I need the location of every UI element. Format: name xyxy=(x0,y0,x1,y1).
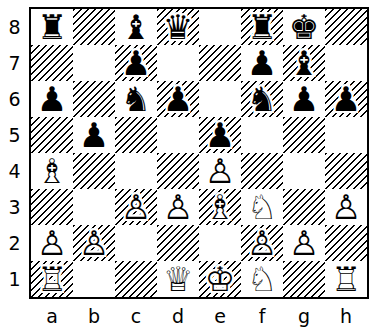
square-b3[interactable] xyxy=(73,189,115,225)
square-g5[interactable] xyxy=(283,117,325,153)
piece-glyph: ♝ xyxy=(115,9,157,45)
piece-glyph: ♙ xyxy=(73,225,115,261)
square-g7[interactable]: ♝♝ xyxy=(283,45,325,81)
square-g2[interactable]: ♙♙ xyxy=(283,225,325,261)
file-label-f: f xyxy=(241,303,283,329)
piece-glyph: ♙ xyxy=(31,225,73,261)
piece-wp-h3[interactable]: ♙♙ xyxy=(325,189,367,225)
file-label-e: e xyxy=(199,303,241,329)
piece-bq-d8[interactable]: ♛♛ xyxy=(157,9,199,45)
piece-bp-d6[interactable]: ♟♟ xyxy=(157,81,199,117)
piece-glyph: ♙ xyxy=(241,225,283,261)
square-h8[interactable] xyxy=(325,9,367,45)
rank-label-2: 2 xyxy=(0,225,29,261)
square-h7[interactable] xyxy=(325,45,367,81)
square-f1[interactable]: ♘♘ xyxy=(241,261,283,297)
piece-glyph: ♟ xyxy=(31,81,73,117)
piece-wp-f2[interactable]: ♙♙ xyxy=(241,225,283,261)
chess-diagram-page: 87654321 ♜♜♝♝♛♛♜♜♚♚♟♟♟♟♝♝♟♟♞♞♟♟♞♞♟♟♟♟♟♟♟… xyxy=(0,0,376,335)
piece-glyph: ♙ xyxy=(157,189,199,225)
board-frame: ♜♜♝♝♛♛♜♜♚♚♟♟♟♟♝♝♟♟♞♞♟♟♞♞♟♟♟♟♟♟♟♟♗♗♙♙♙♙♙♙… xyxy=(29,7,369,299)
piece-glyph: ♜ xyxy=(241,9,283,45)
piece-wp-e4[interactable]: ♙♙ xyxy=(199,153,241,189)
piece-glyph: ♔ xyxy=(199,261,241,297)
piece-bn-c6[interactable]: ♞♞ xyxy=(115,81,157,117)
square-d8[interactable]: ♛♛ xyxy=(157,9,199,45)
file-label-h: h xyxy=(325,303,367,329)
square-f7[interactable]: ♟♟ xyxy=(241,45,283,81)
square-a3[interactable] xyxy=(31,189,73,225)
piece-glyph: ♟ xyxy=(199,117,241,153)
square-c2[interactable] xyxy=(115,225,157,261)
rank-label-8: 8 xyxy=(0,9,29,45)
piece-glyph: ♟ xyxy=(241,45,283,81)
file-label-b: b xyxy=(73,303,115,329)
square-d5[interactable] xyxy=(157,117,199,153)
piece-glyph: ♟ xyxy=(157,81,199,117)
piece-wp-c3[interactable]: ♙♙ xyxy=(115,189,157,225)
piece-glyph: ♚ xyxy=(283,9,325,45)
rank-label-5: 5 xyxy=(0,117,29,153)
piece-glyph: ♕ xyxy=(157,261,199,297)
piece-bp-b5[interactable]: ♟♟ xyxy=(73,117,115,153)
piece-glyph: ♞ xyxy=(241,81,283,117)
square-h5[interactable] xyxy=(325,117,367,153)
square-d7[interactable] xyxy=(157,45,199,81)
square-f8[interactable]: ♜♜ xyxy=(241,9,283,45)
piece-glyph: ♝ xyxy=(283,45,325,81)
piece-glyph: ♘ xyxy=(241,261,283,297)
piece-bb-c8[interactable]: ♝♝ xyxy=(115,9,157,45)
piece-br-a8[interactable]: ♜♜ xyxy=(31,9,73,45)
piece-bp-c7[interactable]: ♟♟ xyxy=(115,45,157,81)
rank-label-6: 6 xyxy=(0,81,29,117)
piece-bk-g8[interactable]: ♚♚ xyxy=(283,9,325,45)
file-label-d: d xyxy=(157,303,199,329)
square-c1[interactable] xyxy=(115,261,157,297)
piece-glyph: ♘ xyxy=(241,189,283,225)
piece-bp-a6[interactable]: ♟♟ xyxy=(31,81,73,117)
square-a8[interactable]: ♜♜ xyxy=(31,9,73,45)
piece-wb-e3[interactable]: ♗♗ xyxy=(199,189,241,225)
square-a5[interactable] xyxy=(31,117,73,153)
rank-label-3: 3 xyxy=(0,189,29,225)
piece-glyph: ♙ xyxy=(115,189,157,225)
file-labels: abcdefgh xyxy=(31,303,367,329)
square-a1[interactable]: ♖♖ xyxy=(31,261,73,297)
piece-wr-a1[interactable]: ♖♖ xyxy=(31,261,73,297)
square-b1[interactable] xyxy=(73,261,115,297)
square-e1[interactable]: ♔♔ xyxy=(199,261,241,297)
piece-wb-a4[interactable]: ♗♗ xyxy=(31,153,73,189)
square-h3[interactable]: ♙♙ xyxy=(325,189,367,225)
square-e7[interactable] xyxy=(199,45,241,81)
piece-wp-a2[interactable]: ♙♙ xyxy=(31,225,73,261)
piece-glyph: ♟ xyxy=(283,81,325,117)
square-d2[interactable] xyxy=(157,225,199,261)
piece-glyph: ♟ xyxy=(73,117,115,153)
square-e5[interactable]: ♟♟ xyxy=(199,117,241,153)
piece-glyph: ♗ xyxy=(199,189,241,225)
square-h1[interactable]: ♖♖ xyxy=(325,261,367,297)
square-f4[interactable] xyxy=(241,153,283,189)
rank-labels: 87654321 xyxy=(0,9,29,297)
piece-glyph: ♗ xyxy=(31,153,73,189)
square-h4[interactable] xyxy=(325,153,367,189)
square-d4[interactable] xyxy=(157,153,199,189)
square-c7[interactable]: ♟♟ xyxy=(115,45,157,81)
piece-bb-g7[interactable]: ♝♝ xyxy=(283,45,325,81)
rank-label-4: 4 xyxy=(0,153,29,189)
piece-glyph: ♙ xyxy=(199,153,241,189)
piece-bp-h6[interactable]: ♟♟ xyxy=(325,81,367,117)
square-e3[interactable]: ♗♗ xyxy=(199,189,241,225)
square-c8[interactable]: ♝♝ xyxy=(115,9,157,45)
file-label-g: g xyxy=(283,303,325,329)
piece-glyph: ♜ xyxy=(31,9,73,45)
square-b7[interactable] xyxy=(73,45,115,81)
square-d6[interactable]: ♟♟ xyxy=(157,81,199,117)
square-g4[interactable] xyxy=(283,153,325,189)
piece-bp-e5[interactable]: ♟♟ xyxy=(199,117,241,153)
square-f3[interactable]: ♘♘ xyxy=(241,189,283,225)
square-e2[interactable] xyxy=(199,225,241,261)
square-c5[interactable] xyxy=(115,117,157,153)
square-e4[interactable]: ♙♙ xyxy=(199,153,241,189)
piece-wn-f1[interactable]: ♘♘ xyxy=(241,261,283,297)
piece-wk-e1[interactable]: ♔♔ xyxy=(199,261,241,297)
square-d3[interactable]: ♙♙ xyxy=(157,189,199,225)
square-c3[interactable]: ♙♙ xyxy=(115,189,157,225)
board-grid: ♜♜♝♝♛♛♜♜♚♚♟♟♟♟♝♝♟♟♞♞♟♟♞♞♟♟♟♟♟♟♟♟♗♗♙♙♙♙♙♙… xyxy=(31,9,367,297)
piece-glyph: ♛ xyxy=(157,9,199,45)
piece-wp-b2[interactable]: ♙♙ xyxy=(73,225,115,261)
piece-br-f8[interactable]: ♜♜ xyxy=(241,9,283,45)
piece-glyph: ♟ xyxy=(325,81,367,117)
square-e6[interactable] xyxy=(199,81,241,117)
piece-glyph: ♖ xyxy=(325,261,367,297)
piece-wp-g2[interactable]: ♙♙ xyxy=(283,225,325,261)
piece-bp-f7[interactable]: ♟♟ xyxy=(241,45,283,81)
square-d1[interactable]: ♕♕ xyxy=(157,261,199,297)
square-c4[interactable] xyxy=(115,153,157,189)
piece-wn-f3[interactable]: ♘♘ xyxy=(241,189,283,225)
piece-glyph: ♖ xyxy=(31,261,73,297)
piece-bp-g6[interactable]: ♟♟ xyxy=(283,81,325,117)
piece-wq-d1[interactable]: ♕♕ xyxy=(157,261,199,297)
square-b6[interactable] xyxy=(73,81,115,117)
square-g1[interactable] xyxy=(283,261,325,297)
piece-bn-f6[interactable]: ♞♞ xyxy=(241,81,283,117)
piece-glyph: ♙ xyxy=(325,189,367,225)
square-f5[interactable] xyxy=(241,117,283,153)
square-a2[interactable]: ♙♙ xyxy=(31,225,73,261)
piece-wp-d3[interactable]: ♙♙ xyxy=(157,189,199,225)
square-h6[interactable]: ♟♟ xyxy=(325,81,367,117)
square-b5[interactable]: ♟♟ xyxy=(73,117,115,153)
square-f6[interactable]: ♞♞ xyxy=(241,81,283,117)
square-a4[interactable]: ♗♗ xyxy=(31,153,73,189)
square-c6[interactable]: ♞♞ xyxy=(115,81,157,117)
rank-label-7: 7 xyxy=(0,45,29,81)
piece-glyph: ♞ xyxy=(115,81,157,117)
rank-label-1: 1 xyxy=(0,261,29,297)
file-label-a: a xyxy=(31,303,73,329)
square-g6[interactable]: ♟♟ xyxy=(283,81,325,117)
square-h2[interactable] xyxy=(325,225,367,261)
square-b4[interactable] xyxy=(73,153,115,189)
square-f2[interactable]: ♙♙ xyxy=(241,225,283,261)
square-a6[interactable]: ♟♟ xyxy=(31,81,73,117)
piece-glyph: ♙ xyxy=(283,225,325,261)
square-g8[interactable]: ♚♚ xyxy=(283,9,325,45)
square-b8[interactable] xyxy=(73,9,115,45)
square-e8[interactable] xyxy=(199,9,241,45)
file-label-c: c xyxy=(115,303,157,329)
piece-glyph: ♟ xyxy=(115,45,157,81)
square-b2[interactable]: ♙♙ xyxy=(73,225,115,261)
square-g3[interactable] xyxy=(283,189,325,225)
square-a7[interactable] xyxy=(31,45,73,81)
piece-wr-h1[interactable]: ♖♖ xyxy=(325,261,367,297)
